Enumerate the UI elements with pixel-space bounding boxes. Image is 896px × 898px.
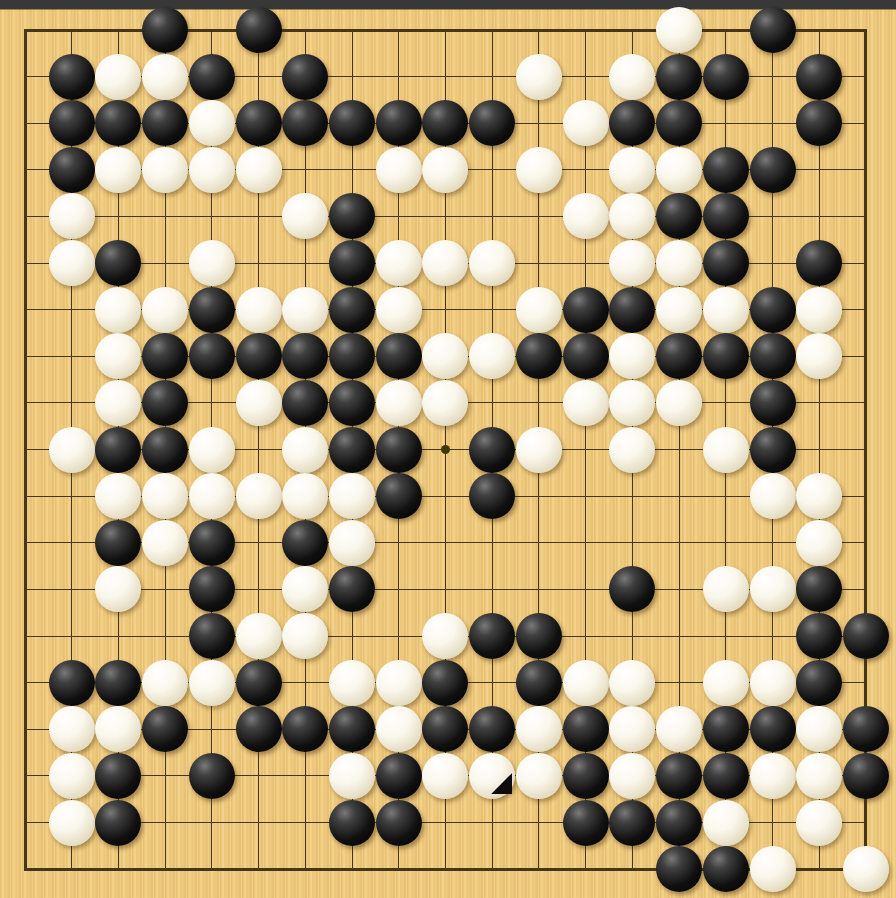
black-stone	[469, 613, 515, 659]
white-stone	[49, 240, 95, 286]
black-stone	[95, 100, 141, 146]
black-stone	[95, 660, 141, 706]
black-stone	[563, 706, 609, 752]
white-stone	[609, 706, 655, 752]
white-stone	[282, 427, 328, 473]
black-stone	[189, 333, 235, 379]
black-stone	[703, 753, 749, 799]
black-stone	[750, 706, 796, 752]
black-stone	[282, 520, 328, 566]
black-stone	[329, 193, 375, 239]
white-stone	[796, 706, 842, 752]
white-stone	[95, 380, 141, 426]
white-stone	[656, 706, 702, 752]
white-stone	[95, 54, 141, 100]
white-stone	[750, 473, 796, 519]
white-stone	[95, 287, 141, 333]
black-stone	[656, 54, 702, 100]
white-stone	[516, 147, 562, 193]
white-stone	[376, 706, 422, 752]
white-stone	[189, 147, 235, 193]
black-stone	[796, 660, 842, 706]
white-stone	[376, 660, 422, 706]
black-stone	[656, 333, 702, 379]
white-stone	[422, 613, 468, 659]
black-stone	[703, 54, 749, 100]
black-stone	[189, 54, 235, 100]
white-stone	[329, 473, 375, 519]
black-stone	[796, 240, 842, 286]
black-stone	[656, 846, 702, 892]
black-stone	[376, 427, 422, 473]
white-stone	[656, 240, 702, 286]
white-stone	[95, 706, 141, 752]
black-stone	[563, 800, 609, 846]
black-stone	[469, 427, 515, 473]
black-stone	[796, 566, 842, 612]
white-stone	[282, 613, 328, 659]
black-stone	[95, 800, 141, 846]
black-stone	[189, 520, 235, 566]
black-stone	[329, 800, 375, 846]
white-stone	[563, 100, 609, 146]
white-stone	[236, 473, 282, 519]
go-client-screenshot	[0, 0, 896, 898]
white-stone	[703, 800, 749, 846]
black-stone	[236, 660, 282, 706]
white-stone	[189, 240, 235, 286]
white-stone	[376, 240, 422, 286]
black-stone	[142, 100, 188, 146]
black-stone	[236, 7, 282, 53]
white-stone	[329, 660, 375, 706]
black-stone	[703, 193, 749, 239]
black-stone	[703, 240, 749, 286]
black-stone	[329, 380, 375, 426]
white-stone	[703, 287, 749, 333]
white-stone	[422, 147, 468, 193]
white-stone	[282, 566, 328, 612]
black-stone	[142, 7, 188, 53]
black-stone	[656, 100, 702, 146]
black-stone	[142, 427, 188, 473]
white-stone	[563, 193, 609, 239]
black-stone	[95, 753, 141, 799]
white-stone	[49, 706, 95, 752]
white-stone	[516, 753, 562, 799]
white-stone	[516, 427, 562, 473]
black-stone	[142, 380, 188, 426]
black-stone	[843, 753, 889, 799]
black-stone	[469, 100, 515, 146]
white-stone	[236, 147, 282, 193]
black-stone	[189, 287, 235, 333]
black-stone	[750, 333, 796, 379]
black-stone	[750, 7, 796, 53]
white-stone	[236, 613, 282, 659]
white-stone	[376, 380, 422, 426]
white-stone	[49, 193, 95, 239]
white-stone	[563, 660, 609, 706]
black-stone	[236, 100, 282, 146]
white-stone	[609, 380, 655, 426]
black-stone	[282, 100, 328, 146]
black-stone	[843, 613, 889, 659]
white-stone	[609, 660, 655, 706]
white-stone	[843, 846, 889, 892]
white-stone	[703, 427, 749, 473]
black-stone	[49, 147, 95, 193]
go-board[interactable]	[0, 0, 896, 898]
white-stone	[609, 240, 655, 286]
white-stone	[376, 147, 422, 193]
black-stone	[469, 706, 515, 752]
white-stone	[142, 147, 188, 193]
white-stone	[609, 147, 655, 193]
white-stone	[750, 846, 796, 892]
white-stone	[376, 287, 422, 333]
black-stone	[656, 800, 702, 846]
white-stone	[189, 660, 235, 706]
white-stone	[656, 380, 702, 426]
black-stone	[563, 333, 609, 379]
black-stone	[563, 287, 609, 333]
white-stone	[95, 473, 141, 519]
black-stone	[329, 566, 375, 612]
black-stone	[329, 427, 375, 473]
white-stone	[656, 147, 702, 193]
white-stone	[703, 660, 749, 706]
black-stone	[750, 427, 796, 473]
white-stone	[329, 753, 375, 799]
white-stone	[142, 473, 188, 519]
white-stone	[796, 800, 842, 846]
black-stone	[796, 100, 842, 146]
black-stone	[796, 613, 842, 659]
black-stone	[236, 706, 282, 752]
white-stone	[609, 753, 655, 799]
white-stone	[49, 800, 95, 846]
black-stone	[703, 846, 749, 892]
white-stone	[609, 54, 655, 100]
white-stone	[422, 333, 468, 379]
white-stone	[516, 706, 562, 752]
white-stone	[49, 753, 95, 799]
black-stone	[703, 147, 749, 193]
white-stone	[189, 427, 235, 473]
last-move-triangle-marker	[491, 773, 512, 794]
black-stone	[843, 706, 889, 752]
white-stone	[95, 566, 141, 612]
black-stone	[703, 706, 749, 752]
white-stone	[142, 660, 188, 706]
white-stone	[189, 100, 235, 146]
white-stone	[142, 287, 188, 333]
white-stone	[422, 380, 468, 426]
black-stone	[750, 147, 796, 193]
black-stone	[95, 427, 141, 473]
black-stone	[376, 473, 422, 519]
black-stone	[236, 333, 282, 379]
white-stone	[656, 7, 702, 53]
black-stone	[282, 706, 328, 752]
black-stone	[609, 566, 655, 612]
white-stone	[282, 287, 328, 333]
white-stone	[282, 473, 328, 519]
black-stone	[142, 706, 188, 752]
white-stone	[796, 287, 842, 333]
white-stone	[189, 473, 235, 519]
white-stone	[656, 287, 702, 333]
black-stone	[469, 473, 515, 519]
white-stone	[750, 753, 796, 799]
white-stone	[796, 520, 842, 566]
white-stone	[563, 380, 609, 426]
white-stone	[516, 287, 562, 333]
white-stone	[796, 333, 842, 379]
white-stone	[282, 193, 328, 239]
black-stone	[282, 333, 328, 379]
black-stone	[189, 753, 235, 799]
black-stone	[422, 706, 468, 752]
black-stone	[703, 333, 749, 379]
white-stone	[142, 54, 188, 100]
black-stone	[329, 100, 375, 146]
black-stone	[422, 100, 468, 146]
white-stone	[703, 566, 749, 612]
black-stone	[376, 100, 422, 146]
black-stone	[329, 240, 375, 286]
black-stone	[95, 240, 141, 286]
white-stone	[236, 380, 282, 426]
black-stone	[516, 613, 562, 659]
black-stone	[142, 333, 188, 379]
white-stone	[95, 333, 141, 379]
black-stone	[609, 100, 655, 146]
black-stone	[609, 800, 655, 846]
black-stone	[609, 287, 655, 333]
white-stone	[516, 54, 562, 100]
white-stone	[469, 240, 515, 286]
black-stone	[656, 193, 702, 239]
white-stone	[796, 753, 842, 799]
white-stone	[95, 147, 141, 193]
white-stone	[609, 333, 655, 379]
black-stone	[329, 706, 375, 752]
black-stone	[95, 520, 141, 566]
white-stone	[469, 753, 515, 799]
black-stone	[49, 54, 95, 100]
black-stone	[189, 566, 235, 612]
white-stone	[236, 287, 282, 333]
black-stone	[282, 54, 328, 100]
black-stone	[750, 380, 796, 426]
black-stone	[376, 800, 422, 846]
star-point	[441, 445, 450, 454]
white-stone	[750, 566, 796, 612]
white-stone	[750, 660, 796, 706]
black-stone	[376, 333, 422, 379]
black-stone	[516, 660, 562, 706]
white-stone	[796, 473, 842, 519]
black-stone	[49, 100, 95, 146]
white-stone	[422, 240, 468, 286]
black-stone	[656, 753, 702, 799]
black-stone	[49, 660, 95, 706]
black-stone	[329, 287, 375, 333]
white-stone	[422, 753, 468, 799]
white-stone	[609, 193, 655, 239]
black-stone	[516, 333, 562, 379]
black-stone	[189, 613, 235, 659]
black-stone	[796, 54, 842, 100]
black-stone	[563, 753, 609, 799]
white-stone	[469, 333, 515, 379]
black-stone	[282, 380, 328, 426]
black-stone	[422, 660, 468, 706]
white-stone	[142, 520, 188, 566]
black-stone	[376, 753, 422, 799]
black-stone	[329, 333, 375, 379]
white-stone	[49, 427, 95, 473]
white-stone	[329, 520, 375, 566]
white-stone	[609, 427, 655, 473]
black-stone	[750, 287, 796, 333]
